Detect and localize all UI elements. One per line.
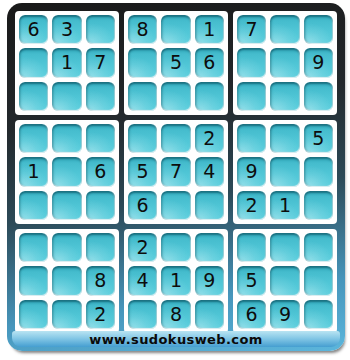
cell-r6c9[interactable] [304, 191, 333, 220]
sudoku-box-8: 24198 [124, 229, 228, 333]
sudoku-box-5: 25746 [124, 120, 228, 224]
cell-r4c9[interactable]: 5 [304, 124, 333, 153]
cell-r1c9[interactable] [304, 15, 333, 44]
cell-r2c2[interactable]: 1 [52, 48, 81, 77]
cell-r4c2[interactable] [52, 124, 81, 153]
cell-r4c3[interactable] [86, 124, 115, 153]
cell-r3c6[interactable] [195, 82, 224, 111]
sudoku-page: 6317815679162574659218224198569 www.sudo… [0, 0, 350, 360]
cell-r1c3[interactable] [86, 15, 115, 44]
cell-r5c5[interactable]: 7 [161, 157, 190, 186]
cell-r9c8[interactable]: 9 [270, 300, 299, 329]
sudoku-box-1: 6317 [15, 11, 119, 115]
sudoku-box-4: 16 [15, 120, 119, 224]
cell-r9c9[interactable] [304, 300, 333, 329]
cell-r3c2[interactable] [52, 82, 81, 111]
cell-r1c2[interactable]: 3 [52, 15, 81, 44]
cell-r8c7[interactable]: 5 [237, 266, 266, 295]
cell-r8c8[interactable] [270, 266, 299, 295]
cell-r7c6[interactable] [195, 233, 224, 262]
cell-r3c3[interactable] [86, 82, 115, 111]
cell-r4c6[interactable]: 2 [195, 124, 224, 153]
cell-r2c6[interactable]: 6 [195, 48, 224, 77]
cell-r4c5[interactable] [161, 124, 190, 153]
cell-r5c2[interactable] [52, 157, 81, 186]
cell-r6c3[interactable] [86, 191, 115, 220]
cell-r1c6[interactable]: 1 [195, 15, 224, 44]
cell-r5c6[interactable]: 4 [195, 157, 224, 186]
cell-r2c4[interactable] [128, 48, 157, 77]
cell-r8c5[interactable]: 1 [161, 266, 190, 295]
cell-r3c5[interactable] [161, 82, 190, 111]
cell-r1c1[interactable]: 6 [19, 15, 48, 44]
cell-r7c7[interactable] [237, 233, 266, 262]
cell-r7c3[interactable] [86, 233, 115, 262]
cell-r7c2[interactable] [52, 233, 81, 262]
cell-r8c6[interactable]: 9 [195, 266, 224, 295]
cell-r4c8[interactable] [270, 124, 299, 153]
cell-r2c5[interactable]: 5 [161, 48, 190, 77]
cell-r7c4[interactable]: 2 [128, 233, 157, 262]
cell-r2c3[interactable]: 7 [86, 48, 115, 77]
cell-r4c4[interactable] [128, 124, 157, 153]
sudoku-box-9: 569 [233, 229, 337, 333]
cell-r5c4[interactable]: 5 [128, 157, 157, 186]
cell-r1c5[interactable] [161, 15, 190, 44]
cell-r1c4[interactable]: 8 [128, 15, 157, 44]
cell-r9c5[interactable]: 8 [161, 300, 190, 329]
cell-r8c9[interactable] [304, 266, 333, 295]
cell-r2c9[interactable]: 9 [304, 48, 333, 77]
cell-r6c4[interactable]: 6 [128, 191, 157, 220]
cell-r5c1[interactable]: 1 [19, 157, 48, 186]
cell-r5c9[interactable] [304, 157, 333, 186]
cell-r5c3[interactable]: 6 [86, 157, 115, 186]
cell-r3c7[interactable] [237, 82, 266, 111]
cell-r9c2[interactable] [52, 300, 81, 329]
cell-r5c8[interactable] [270, 157, 299, 186]
cell-r3c1[interactable] [19, 82, 48, 111]
cell-r9c3[interactable]: 2 [86, 300, 115, 329]
cell-r9c1[interactable] [19, 300, 48, 329]
cell-r2c7[interactable] [237, 48, 266, 77]
cell-r7c9[interactable] [304, 233, 333, 262]
cell-r4c1[interactable] [19, 124, 48, 153]
cell-r3c9[interactable] [304, 82, 333, 111]
site-url[interactable]: www.sudokusweb.com [89, 332, 262, 347]
sudoku-grid: 6317815679162574659218224198569 [15, 11, 337, 333]
cell-r6c8[interactable]: 1 [270, 191, 299, 220]
cell-r5c7[interactable]: 9 [237, 157, 266, 186]
cell-r6c5[interactable] [161, 191, 190, 220]
cell-r7c8[interactable] [270, 233, 299, 262]
cell-r4c7[interactable] [237, 124, 266, 153]
cell-r2c8[interactable] [270, 48, 299, 77]
sudoku-box-3: 79 [233, 11, 337, 115]
cell-r7c1[interactable] [19, 233, 48, 262]
sudoku-box-7: 82 [15, 229, 119, 333]
board-frame: 6317815679162574659218224198569 www.sudo… [7, 3, 345, 351]
cell-r6c6[interactable] [195, 191, 224, 220]
cell-r7c5[interactable] [161, 233, 190, 262]
cell-r6c2[interactable] [52, 191, 81, 220]
cell-r3c8[interactable] [270, 82, 299, 111]
cell-r2c1[interactable] [19, 48, 48, 77]
cell-r9c7[interactable]: 6 [237, 300, 266, 329]
sudoku-box-6: 5921 [233, 120, 337, 224]
cell-r1c8[interactable] [270, 15, 299, 44]
cell-r9c4[interactable] [128, 300, 157, 329]
cell-r1c7[interactable]: 7 [237, 15, 266, 44]
cell-r6c1[interactable] [19, 191, 48, 220]
cell-r9c6[interactable] [195, 300, 224, 329]
cell-r8c3[interactable]: 8 [86, 266, 115, 295]
sudoku-box-2: 8156 [124, 11, 228, 115]
cell-r8c4[interactable]: 4 [128, 266, 157, 295]
footer-bar: www.sudokusweb.com [12, 331, 340, 347]
cell-r6c7[interactable]: 2 [237, 191, 266, 220]
cell-r3c4[interactable] [128, 82, 157, 111]
cell-r8c1[interactable] [19, 266, 48, 295]
cell-r8c2[interactable] [52, 266, 81, 295]
